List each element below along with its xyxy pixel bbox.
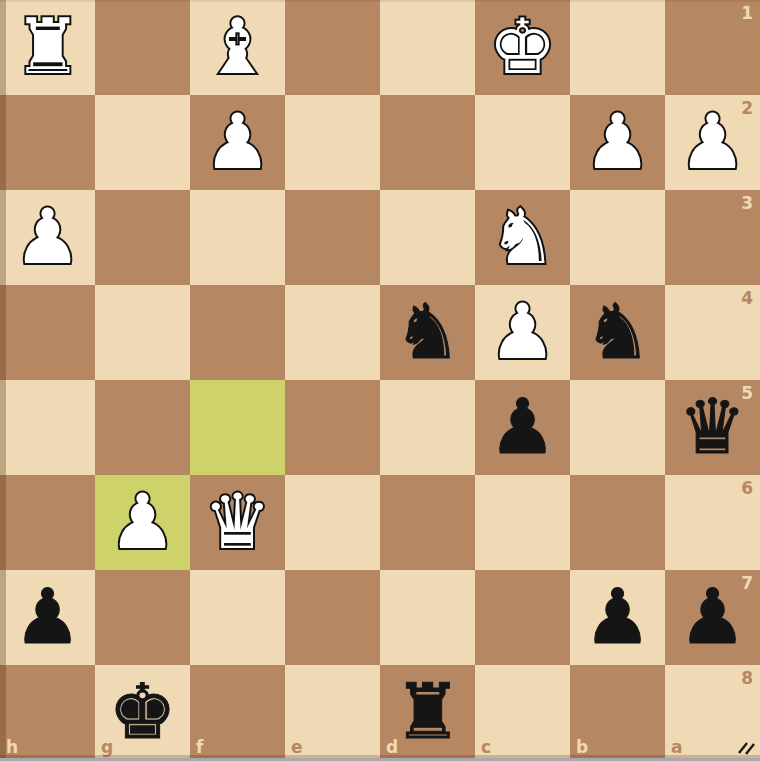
- square-e8[interactable]: e: [285, 665, 380, 760]
- white-pawn[interactable]: ♟: [203, 104, 271, 180]
- square-g3[interactable]: [95, 190, 190, 285]
- white-pawn[interactable]: ♟: [13, 199, 81, 275]
- board-resize-handle[interactable]: [735, 735, 757, 757]
- square-c8[interactable]: c: [475, 665, 570, 760]
- square-e1[interactable]: [285, 0, 380, 95]
- square-c3[interactable]: ♞: [475, 190, 570, 285]
- black-pawn[interactable]: ♟: [488, 389, 556, 465]
- black-knight[interactable]: ♞: [583, 294, 651, 370]
- square-d4[interactable]: ♞: [380, 285, 475, 380]
- rank-label-4: 4: [741, 290, 753, 307]
- square-f2[interactable]: ♟: [190, 95, 285, 190]
- square-h3[interactable]: ♟: [0, 190, 95, 285]
- black-queen[interactable]: ♛: [678, 389, 746, 465]
- square-b3[interactable]: [570, 190, 665, 285]
- square-c1[interactable]: ♚: [475, 0, 570, 95]
- rank-label-6: 6: [741, 480, 753, 497]
- square-b8[interactable]: b: [570, 665, 665, 760]
- white-bishop[interactable]: ♝: [203, 9, 271, 85]
- square-b1[interactable]: [570, 0, 665, 95]
- rank-label-8: 8: [741, 670, 753, 687]
- square-d3[interactable]: [380, 190, 475, 285]
- square-a7[interactable]: 7♟: [665, 570, 760, 665]
- rank-label-1: 1: [741, 5, 753, 22]
- square-c4[interactable]: ♟: [475, 285, 570, 380]
- square-a2[interactable]: 2♟: [665, 95, 760, 190]
- square-e5[interactable]: [285, 380, 380, 475]
- square-e6[interactable]: [285, 475, 380, 570]
- white-queen[interactable]: ♛: [203, 484, 271, 560]
- file-label-b: b: [576, 739, 588, 756]
- square-b7[interactable]: ♟: [570, 570, 665, 665]
- square-h1[interactable]: ♜: [0, 0, 95, 95]
- file-label-e: e: [291, 739, 303, 756]
- file-label-a: a: [671, 739, 682, 756]
- square-f1[interactable]: ♝: [190, 0, 285, 95]
- square-a4[interactable]: 4: [665, 285, 760, 380]
- white-knight[interactable]: ♞: [488, 199, 556, 275]
- square-d2[interactable]: [380, 95, 475, 190]
- white-pawn[interactable]: ♟: [108, 484, 176, 560]
- square-g5[interactable]: [95, 380, 190, 475]
- black-rook[interactable]: ♜: [393, 674, 461, 750]
- black-pawn[interactable]: ♟: [583, 579, 651, 655]
- square-b4[interactable]: ♞: [570, 285, 665, 380]
- white-king[interactable]: ♚: [488, 9, 556, 85]
- square-a1[interactable]: 1: [665, 0, 760, 95]
- square-e3[interactable]: [285, 190, 380, 285]
- file-label-f: f: [196, 739, 203, 756]
- square-d6[interactable]: [380, 475, 475, 570]
- square-g7[interactable]: [95, 570, 190, 665]
- file-label-c: c: [481, 739, 491, 756]
- square-a6[interactable]: 6: [665, 475, 760, 570]
- square-g6[interactable]: ♟: [95, 475, 190, 570]
- square-e4[interactable]: [285, 285, 380, 380]
- square-h4[interactable]: [0, 285, 95, 380]
- square-h2[interactable]: [0, 95, 95, 190]
- black-knight[interactable]: ♞: [393, 294, 461, 370]
- square-d7[interactable]: [380, 570, 475, 665]
- square-e7[interactable]: [285, 570, 380, 665]
- square-f5[interactable]: [190, 380, 285, 475]
- square-b2[interactable]: ♟: [570, 95, 665, 190]
- square-c5[interactable]: ♟: [475, 380, 570, 475]
- square-b6[interactable]: [570, 475, 665, 570]
- black-pawn[interactable]: ♟: [678, 579, 746, 655]
- black-pawn[interactable]: ♟: [13, 579, 81, 655]
- square-g8[interactable]: g♚: [95, 665, 190, 760]
- board-grid: ♜♝♚1♟♟2♟♟♞3♞♟♞4♟5♛♟♛6♟♟7♟hg♚fed♜cba8: [0, 0, 760, 760]
- square-f4[interactable]: [190, 285, 285, 380]
- square-f7[interactable]: [190, 570, 285, 665]
- white-rook[interactable]: ♜: [13, 9, 81, 85]
- square-d5[interactable]: [380, 380, 475, 475]
- white-pawn[interactable]: ♟: [678, 104, 746, 180]
- square-c7[interactable]: [475, 570, 570, 665]
- square-g2[interactable]: [95, 95, 190, 190]
- square-d8[interactable]: d♜: [380, 665, 475, 760]
- square-c6[interactable]: [475, 475, 570, 570]
- chess-board: ♜♝♚1♟♟2♟♟♞3♞♟♞4♟5♛♟♛6♟♟7♟hg♚fed♜cba8: [0, 0, 760, 761]
- square-a3[interactable]: 3: [665, 190, 760, 285]
- square-d1[interactable]: [380, 0, 475, 95]
- rank-label-3: 3: [741, 195, 753, 212]
- square-c2[interactable]: [475, 95, 570, 190]
- square-f8[interactable]: f: [190, 665, 285, 760]
- square-f3[interactable]: [190, 190, 285, 285]
- black-king[interactable]: ♚: [108, 674, 176, 750]
- white-pawn[interactable]: ♟: [583, 104, 651, 180]
- square-h6[interactable]: [0, 475, 95, 570]
- square-h8[interactable]: h: [0, 665, 95, 760]
- square-h7[interactable]: ♟: [0, 570, 95, 665]
- square-b5[interactable]: [570, 380, 665, 475]
- square-g4[interactable]: [95, 285, 190, 380]
- white-pawn[interactable]: ♟: [488, 294, 556, 370]
- square-f6[interactable]: ♛: [190, 475, 285, 570]
- square-h5[interactable]: [0, 380, 95, 475]
- file-label-h: h: [6, 739, 18, 756]
- square-a5[interactable]: 5♛: [665, 380, 760, 475]
- square-g1[interactable]: [95, 0, 190, 95]
- square-e2[interactable]: [285, 95, 380, 190]
